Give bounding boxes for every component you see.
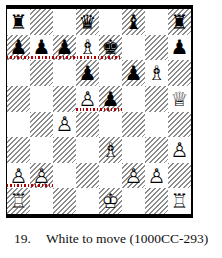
square-g5[interactable] [145, 86, 168, 112]
square-a8[interactable]: ♜ [7, 9, 30, 35]
square-b6[interactable] [30, 60, 53, 86]
square-d2[interactable] [76, 163, 99, 189]
white-queen-outline-h5: ♕ [171, 88, 189, 108]
square-e4[interactable] [99, 112, 122, 138]
square-d1[interactable] [76, 188, 99, 214]
square-g8[interactable] [145, 9, 168, 35]
white-king-outline-e1: ♔ [102, 191, 120, 211]
square-b8[interactable] [30, 9, 53, 35]
square-f1[interactable] [122, 188, 145, 214]
square-c8[interactable] [53, 9, 76, 35]
square-d3[interactable] [76, 137, 99, 163]
black-pawn-h7: ♟ [171, 37, 189, 57]
white-pawn-outline-g2: ♙ [148, 165, 166, 185]
square-c1[interactable] [53, 188, 76, 214]
square-c5[interactable] [53, 86, 76, 112]
white-pawn-outline-h3: ♙ [171, 139, 189, 159]
square-b4[interactable] [30, 112, 53, 138]
square-g1[interactable] [145, 188, 168, 214]
black-rook-a8: ♜ [10, 11, 28, 31]
square-e3[interactable]: ♝♗ [99, 137, 122, 163]
square-g6[interactable]: ♝♗ [145, 60, 168, 86]
square-h1[interactable]: ♜♖ [168, 188, 191, 214]
square-f2[interactable]: ♟♙ [122, 163, 145, 189]
black-bishop-f8: ♝ [125, 11, 143, 31]
square-d4[interactable] [76, 112, 99, 138]
square-c2[interactable] [53, 163, 76, 189]
black-pawn-e5: ♟ [102, 88, 120, 108]
square-h5[interactable]: ♛♕ [168, 86, 191, 112]
white-pawn-outline-c4: ♙ [56, 114, 74, 134]
white-pawn-outline-d5: ♙ [79, 88, 97, 108]
square-a3[interactable] [7, 137, 30, 163]
square-d6[interactable]: ♟ [76, 60, 99, 86]
black-pawn-a7: ♟ [10, 37, 28, 57]
white-rook-outline-h1: ♖ [171, 191, 189, 211]
caption-text: White to move (1000CC-293) [46, 231, 208, 246]
square-a4[interactable] [7, 112, 30, 138]
black-pawn-d6: ♟ [79, 63, 97, 83]
square-f6[interactable]: ♟ [122, 60, 145, 86]
square-g3[interactable] [145, 137, 168, 163]
square-a5[interactable] [7, 86, 30, 112]
white-pawn-outline-b2: ♙ [33, 165, 51, 185]
square-c3[interactable] [53, 137, 76, 163]
square-b1[interactable] [30, 188, 53, 214]
square-h3[interactable]: ♟♙ [168, 137, 191, 163]
square-h6[interactable] [168, 60, 191, 86]
square-g2[interactable]: ♟♙ [145, 163, 168, 189]
square-f8[interactable]: ♝ [122, 9, 145, 35]
square-d8[interactable]: ♛ [76, 9, 99, 35]
white-bishop-outline-g6: ♗ [148, 63, 166, 83]
red-squiggle-1 [7, 56, 122, 59]
caption: 19.White to move (1000CC-293) [14, 231, 208, 247]
diagram-page: ♜♛♝♜♟♟♟♝♗♚♟♟♟♝♗♟♙♟♛♕♟♙♝♗♟♙♟♙♟♙♟♙♟♙♜♖♚♔♜♖… [0, 0, 222, 258]
black-queen-d8: ♛ [79, 11, 97, 31]
black-pawn-f6: ♟ [125, 63, 143, 83]
square-f7[interactable] [122, 35, 145, 61]
square-a1[interactable]: ♜♖ [7, 188, 30, 214]
square-e6[interactable] [99, 60, 122, 86]
white-pawn-outline-f2: ♙ [125, 165, 143, 185]
square-b3[interactable] [30, 137, 53, 163]
square-e2[interactable] [99, 163, 122, 189]
square-h2[interactable] [168, 163, 191, 189]
square-f3[interactable] [122, 137, 145, 163]
chess-board: ♜♛♝♜♟♟♟♝♗♚♟♟♟♝♗♟♙♟♛♕♟♙♝♗♟♙♟♙♟♙♟♙♟♙♜♖♚♔♜♖ [7, 9, 191, 214]
square-h7[interactable]: ♟ [168, 35, 191, 61]
square-g7[interactable] [145, 35, 168, 61]
red-squiggle-3 [7, 184, 53, 187]
white-bishop-outline-d7: ♗ [79, 37, 97, 57]
white-pawn-outline-a2: ♙ [10, 165, 28, 185]
black-king-e7: ♚ [102, 37, 120, 57]
white-bishop-outline-e3: ♗ [102, 139, 120, 159]
red-squiggle-2 [76, 108, 122, 111]
black-pawn-b7: ♟ [33, 37, 51, 57]
square-c6[interactable] [53, 60, 76, 86]
square-g4[interactable] [145, 112, 168, 138]
square-e1[interactable]: ♚♔ [99, 188, 122, 214]
white-rook-outline-a1: ♖ [10, 191, 28, 211]
square-b5[interactable] [30, 86, 53, 112]
square-h4[interactable] [168, 112, 191, 138]
black-rook-h8: ♜ [171, 11, 189, 31]
square-f5[interactable] [122, 86, 145, 112]
black-pawn-c7: ♟ [56, 37, 74, 57]
caption-number: 19. [14, 231, 31, 247]
square-h8[interactable]: ♜ [168, 9, 191, 35]
board-frame: ♜♛♝♜♟♟♟♝♗♚♟♟♟♝♗♟♙♟♛♕♟♙♝♗♟♙♟♙♟♙♟♙♟♙♜♖♚♔♜♖ [6, 5, 193, 218]
square-e8[interactable] [99, 9, 122, 35]
square-c4[interactable]: ♟♙ [53, 112, 76, 138]
square-f4[interactable] [122, 112, 145, 138]
square-a6[interactable] [7, 60, 30, 86]
